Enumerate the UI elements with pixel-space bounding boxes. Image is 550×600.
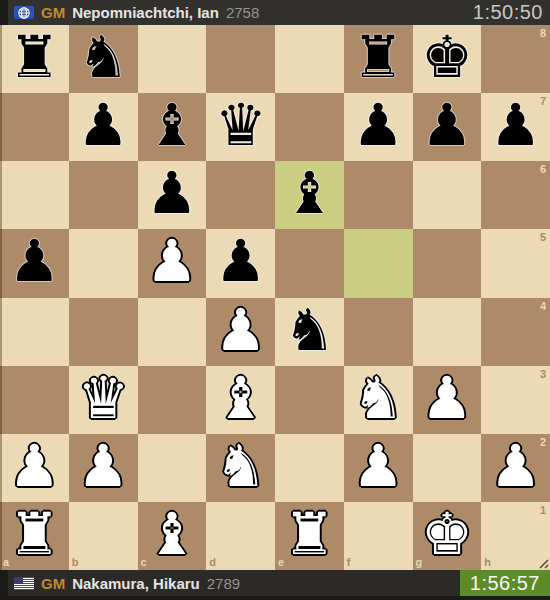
white-rook[interactable]: ♜ [8,505,60,563]
square-h7[interactable]: ♟7 [481,93,550,161]
square-f3[interactable]: ♞ [344,366,413,434]
square-c5[interactable]: ♟ [138,229,207,297]
black-rook[interactable]: ♜ [8,28,60,86]
white-pawn[interactable]: ♟ [8,437,60,495]
square-b6[interactable] [69,161,138,229]
square-a6[interactable] [0,161,69,229]
coord-file-a: a [3,557,9,568]
square-f7[interactable]: ♟ [344,93,413,161]
coord-rank-8: 8 [540,28,546,39]
square-c6[interactable]: ♟ [138,161,207,229]
us-flag-canton [14,577,23,584]
square-g7[interactable]: ♟ [413,93,482,161]
player-name[interactable]: Nakamura, Hikaru [72,575,200,592]
square-h5[interactable]: 5 [481,229,550,297]
black-bishop[interactable]: ♝ [146,96,198,154]
square-a5[interactable]: ♟ [0,229,69,297]
black-bishop[interactable]: ♝ [283,164,335,222]
square-f1[interactable]: f [344,502,413,570]
player-title: GM [41,575,65,592]
white-pawn[interactable]: ♟ [352,437,404,495]
white-king[interactable]: ♚ [421,505,473,563]
coord-file-h: h [484,557,491,568]
black-pawn[interactable]: ♟ [421,96,473,154]
square-b3[interactable]: ♛ [69,366,138,434]
square-h4[interactable]: 4 [481,298,550,366]
window-bottom-edge [0,596,550,600]
coord-file-b: b [72,557,79,568]
square-c4[interactable] [138,298,207,366]
square-f5[interactable] [344,229,413,297]
square-e3[interactable] [275,366,344,434]
square-d1[interactable]: d [206,502,275,570]
square-g4[interactable] [413,298,482,366]
white-pawn[interactable]: ♟ [490,437,542,495]
square-d5[interactable]: ♟ [206,229,275,297]
square-a7[interactable] [0,93,69,161]
square-c7[interactable]: ♝ [138,93,207,161]
square-b1[interactable]: b [69,502,138,570]
square-e7[interactable] [275,93,344,161]
square-e1[interactable]: ♜e [275,502,344,570]
square-c2[interactable] [138,434,207,502]
square-d3[interactable]: ♝ [206,366,275,434]
black-pawn[interactable]: ♟ [77,96,129,154]
coord-rank-4: 4 [540,301,546,312]
coord-file-d: d [209,557,216,568]
chess-board: ♜♞♜♚8♟♝♛♟♟♟7♟♝6♟♟♟5♟♞4♛♝♞♟3♟♟♞♟♟2♜ab♝cd♜… [0,25,550,570]
coord-rank-7: 7 [540,96,546,107]
square-h3[interactable]: 3 [481,366,550,434]
black-knight[interactable]: ♞ [77,28,129,86]
square-f6[interactable] [344,161,413,229]
square-b2[interactable]: ♟ [69,434,138,502]
square-a8[interactable]: ♜ [0,25,69,93]
square-d2[interactable]: ♞ [206,434,275,502]
square-a3[interactable] [0,366,69,434]
square-f4[interactable] [344,298,413,366]
window-left-edge [0,0,8,25]
coord-rank-5: 5 [540,232,546,243]
black-pawn[interactable]: ♟ [215,232,267,290]
square-f8[interactable]: ♜ [344,25,413,93]
coord-file-e: e [278,557,284,568]
square-a4[interactable] [0,298,69,366]
bottom-player-bar: GM Nakamura, Hikaru 2789 1:56:57 [0,570,550,596]
white-pawn[interactable]: ♟ [421,369,473,427]
square-a2[interactable]: ♟ [0,434,69,502]
window-left-edge [0,570,8,596]
square-d8[interactable] [206,25,275,93]
board-container: ♜♞♜♚8♟♝♛♟♟♟7♟♝6♟♟♟5♟♞4♛♝♞♟3♟♟♞♟♟2♜ab♝cd♜… [0,25,550,570]
top-player-bar: GM Nepomniachtchi, Ian 2758 1:50:50 [0,0,550,25]
white-bishop[interactable]: ♝ [146,505,198,563]
square-e4[interactable]: ♞ [275,298,344,366]
square-c8[interactable] [138,25,207,93]
square-g6[interactable] [413,161,482,229]
black-rook[interactable]: ♜ [352,28,404,86]
white-rook[interactable]: ♜ [283,505,335,563]
square-b7[interactable]: ♟ [69,93,138,161]
coord-file-g: g [416,557,423,568]
white-pawn[interactable]: ♟ [77,437,129,495]
square-c3[interactable] [138,366,207,434]
player-name[interactable]: Nepomniachtchi, Ian [72,4,219,21]
square-b4[interactable] [69,298,138,366]
coord-rank-1: 1 [540,505,546,516]
black-king[interactable]: ♚ [421,28,473,86]
square-g8[interactable]: ♚ [413,25,482,93]
square-c1[interactable]: ♝c [138,502,207,570]
square-g3[interactable]: ♟ [413,366,482,434]
black-pawn[interactable]: ♟ [352,96,404,154]
black-pawn[interactable]: ♟ [146,164,198,222]
square-h2[interactable]: ♟2 [481,434,550,502]
square-g2[interactable] [413,434,482,502]
square-h8[interactable]: 8 [481,25,550,93]
coord-file-c: c [141,557,147,568]
fide-flag-icon [14,6,34,19]
square-e6[interactable]: ♝ [275,161,344,229]
white-knight[interactable]: ♞ [215,437,267,495]
white-pawn[interactable]: ♟ [146,232,198,290]
coord-rank-6: 6 [540,164,546,175]
black-pawn[interactable]: ♟ [8,232,60,290]
white-queen[interactable]: ♛ [77,369,129,427]
square-g1[interactable]: ♚g [413,502,482,570]
player-rating: 2789 [207,575,240,592]
square-h6[interactable]: 6 [481,161,550,229]
coord-rank-3: 3 [540,369,546,380]
square-f2[interactable]: ♟ [344,434,413,502]
chess-tv-window: GM Nepomniachtchi, Ian 2758 1:50:50 ♜♞♜♚… [0,0,550,600]
square-a1[interactable]: ♜a [0,502,69,570]
top-clock: 1:50:50 [466,0,550,25]
globe-icon [17,6,31,19]
square-e8[interactable] [275,25,344,93]
white-pawn[interactable]: ♟ [215,301,267,359]
square-d4[interactable]: ♟ [206,298,275,366]
coord-rank-2: 2 [540,437,546,448]
square-e2[interactable] [275,434,344,502]
player-title: GM [41,4,65,21]
black-pawn[interactable]: ♟ [490,96,542,154]
square-b5[interactable] [69,229,138,297]
square-g5[interactable] [413,229,482,297]
square-d6[interactable] [206,161,275,229]
square-b8[interactable]: ♞ [69,25,138,93]
white-knight[interactable]: ♞ [352,369,404,427]
bottom-clock: 1:56:57 [460,570,550,596]
square-d7[interactable]: ♛ [206,93,275,161]
resize-handle-icon[interactable] [537,557,549,569]
white-bishop[interactable]: ♝ [215,369,267,427]
coord-file-f: f [347,557,351,568]
us-flag-icon [14,577,34,590]
black-queen[interactable]: ♛ [215,96,267,154]
player-rating: 2758 [226,4,259,21]
square-e5[interactable] [275,229,344,297]
black-knight[interactable]: ♞ [283,301,335,359]
